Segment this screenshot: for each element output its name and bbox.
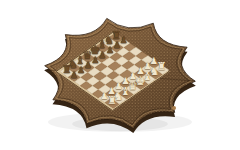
black-pawn[interactable]: ♟ — [119, 36, 127, 45]
black-pawn[interactable]: ♟ — [98, 51, 106, 60]
brass-clasp[interactable] — [172, 106, 176, 110]
white-rook[interactable]: ♜ — [156, 61, 166, 72]
chess-set-photo: ♜♞♝♛♚♝♞♜♟♟♟♟♟♟♟♟♟♟♟♟♟♟♟♟♜♞♝♛♚♝♞♜ — [0, 0, 240, 150]
square-h1[interactable]: ♜ — [154, 64, 169, 75]
